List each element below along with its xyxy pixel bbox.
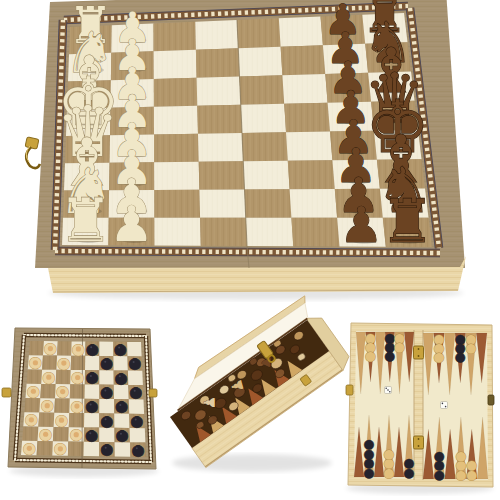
checker-dark-highlight <box>104 361 106 363</box>
checker-light-center <box>43 432 48 437</box>
board-square <box>198 133 243 162</box>
box-group: ♟♟♟ <box>156 293 353 468</box>
box-shadow <box>172 454 332 472</box>
brass-clasp <box>25 137 40 168</box>
checker-dark-highlight <box>105 418 107 420</box>
hinge-screw <box>418 348 420 350</box>
board-square <box>246 218 293 247</box>
chess-piece-dark-pawn: ♟ <box>339 196 383 254</box>
board-square <box>241 104 286 133</box>
backgammon-checker-dark: ● <box>404 455 415 470</box>
checker-dark-highlight <box>133 361 135 363</box>
checker-dark: ● <box>130 412 143 430</box>
checker-light-center <box>74 432 79 437</box>
checker-dark: ● <box>86 340 99 358</box>
board-square <box>154 190 200 218</box>
box-jumbled-pawn: ♟ <box>201 396 219 410</box>
board-square <box>286 132 332 161</box>
board-square <box>237 18 281 48</box>
board-square <box>195 20 238 50</box>
backgammon-checker-light: ● <box>466 340 477 355</box>
backgammon-checker-light: ● <box>434 349 445 364</box>
checker-light-center <box>46 375 51 380</box>
checker-light-center <box>48 346 53 351</box>
board-square <box>281 45 326 75</box>
backgammon-checker-dark: ● <box>455 349 466 364</box>
checkers-square <box>84 442 100 457</box>
checker-light-center <box>31 389 36 394</box>
board-square <box>197 77 241 106</box>
checker-dark: ● <box>129 383 142 401</box>
board-square <box>243 161 289 190</box>
board-square <box>284 103 330 133</box>
backgammon-checker-light: ● <box>466 457 477 472</box>
board-square <box>245 189 292 218</box>
board-square <box>154 134 199 163</box>
brass-hinge <box>414 346 424 359</box>
checker-dark: ● <box>131 441 144 459</box>
die-pip <box>385 387 387 389</box>
chess-piece-dark-rook: ♜ <box>380 186 434 256</box>
checker-dark: ● <box>114 340 127 358</box>
checker-light-center <box>75 375 80 380</box>
checkers-side-clasp <box>149 389 157 397</box>
product-photo: ♜♟♟♜♞♟♟♞♝♟♟♝♚♟♟♛♛♟♟♚♝♟♟♝♞♟♟♞♜♟♟♜ ●●●●●●●… <box>0 0 500 500</box>
checker-dark: ● <box>85 397 98 415</box>
backgammon-checker-dark: ● <box>434 448 445 463</box>
checker-light-center <box>74 404 79 409</box>
board-square <box>154 22 196 52</box>
backgammon-checker-dark: ● <box>364 436 375 451</box>
checker-dark-highlight <box>135 419 137 421</box>
board-square <box>154 78 198 107</box>
board-square <box>200 218 247 246</box>
die-pip <box>442 403 444 405</box>
checker-dark: ● <box>100 383 113 401</box>
checker-dark: ● <box>114 369 127 387</box>
checkers-side-clasp <box>2 388 11 397</box>
checker-light-center <box>27 446 32 451</box>
board-square <box>282 74 327 104</box>
backgammon-checker-light: ● <box>365 348 376 363</box>
board-square <box>197 105 242 134</box>
hinge-screw <box>418 355 420 357</box>
checker-dark-highlight <box>105 447 107 449</box>
backgammon-side-clasp <box>488 395 494 405</box>
hinge-screw <box>418 445 420 447</box>
checkers-board: ●●●●●●●●●●●●●●●●●●●●●●●●●●●●●●●● <box>2 328 157 469</box>
checker-light-center <box>60 389 65 394</box>
die <box>441 402 448 409</box>
checker-light-center <box>61 360 66 365</box>
brass-hinge <box>414 436 424 449</box>
board-square <box>291 218 339 247</box>
board-square <box>288 160 335 189</box>
board-square <box>242 132 288 161</box>
checker-dark-highlight <box>119 404 121 406</box>
board-square <box>240 75 285 105</box>
chess-piece-white-rook: ♜ <box>59 185 113 255</box>
checkers-square <box>68 442 84 457</box>
checker-light-center <box>76 346 81 351</box>
backgammon-checker-light: ● <box>384 446 395 461</box>
checker-dark-highlight <box>89 432 91 434</box>
checker-dark: ● <box>115 397 128 415</box>
chess-board-angled: ♜♟♟♜♞♟♟♞♝♟♟♝♚♟♟♛♛♟♟♚♝♟♟♝♞♟♟♞♜♟♟♜ <box>25 0 466 293</box>
checker-light-center <box>59 418 64 423</box>
brass-clasp-plate <box>25 137 39 149</box>
checker-dark-highlight <box>120 433 122 435</box>
checker-dark-highlight <box>119 375 121 377</box>
chess-piece-white-pawn: ♟ <box>109 195 153 253</box>
die-pip <box>389 391 391 393</box>
checker-light-center <box>45 403 50 408</box>
hinge-screw <box>418 438 420 440</box>
board-square <box>238 47 282 77</box>
checkers-square <box>37 441 53 456</box>
checker-dark: ● <box>100 440 113 458</box>
board-square <box>279 17 323 47</box>
die-pip <box>387 389 389 391</box>
checker-light-center <box>58 446 63 451</box>
checker-dark: ● <box>86 368 99 386</box>
die-pip <box>445 406 447 408</box>
checker-dark-highlight <box>104 389 106 391</box>
checker-light-center <box>29 417 34 422</box>
backgammon-side-clasp <box>346 385 353 395</box>
checker-light-center <box>33 360 38 365</box>
board-square <box>199 190 245 218</box>
backgammon-checker-light: ● <box>394 339 405 354</box>
checker-dark-highlight <box>90 404 92 406</box>
checker-dark: ● <box>85 426 98 444</box>
board-square <box>196 48 240 78</box>
board-square <box>290 189 338 218</box>
checker-dark: ● <box>116 426 129 444</box>
checker-dark-highlight <box>134 390 136 392</box>
brass-clasp-hook <box>26 147 40 168</box>
checker-dark: ● <box>100 354 113 372</box>
checker-dark-highlight <box>90 346 92 348</box>
checker-dark-highlight <box>136 447 138 449</box>
board-square <box>154 106 198 135</box>
board-square <box>199 161 245 190</box>
checkers-square <box>115 442 131 457</box>
backgammon-board: ●●●●●●●●●●●●●●●●●●●●●●●●●●●●●●●●● <box>346 323 494 487</box>
board-square <box>154 162 199 190</box>
checker-dark-highlight <box>90 375 92 377</box>
board-square <box>154 218 200 246</box>
backgammon-checker-light: ● <box>455 448 466 463</box>
board-square <box>154 50 197 79</box>
storage-box-open: ♟♟♟ <box>156 293 353 468</box>
checker-dark: ● <box>128 354 141 372</box>
checker-dark: ● <box>100 412 113 430</box>
scene-svg: ♜♟♟♜♞♟♟♞♝♟♟♝♚♟♟♛♛♟♟♚♝♟♟♝♞♟♟♞♜♟♟♜ ●●●●●●●… <box>0 0 500 500</box>
checker-dark-highlight <box>118 347 120 349</box>
